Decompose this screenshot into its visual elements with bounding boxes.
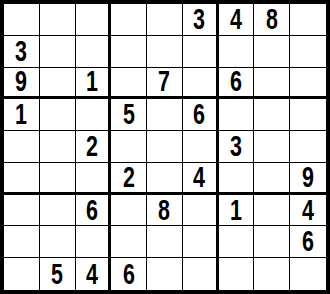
cell-digit: 6 (230, 68, 242, 97)
sudoku-cell-r5c9[interactable] (290, 131, 326, 163)
sudoku-cell-r1c5[interactable] (147, 4, 183, 36)
sudoku-cell-r6c9[interactable]: 9 (290, 163, 326, 195)
cell-digit: 6 (193, 100, 205, 129)
cell-digit: 3 (193, 5, 205, 34)
sudoku-cell-r2c3[interactable] (76, 36, 112, 68)
sudoku-cell-r7c1[interactable] (4, 195, 40, 227)
sudoku-cell-r6c7[interactable] (219, 163, 255, 195)
cell-digit: 1 (15, 100, 27, 129)
sudoku-cell-r7c7[interactable]: 1 (219, 195, 255, 227)
cell-digit: 9 (15, 68, 27, 97)
cell-digit: 6 (86, 196, 98, 225)
sudoku-cell-r9c9[interactable] (290, 258, 326, 290)
sudoku-cell-r4c7[interactable] (219, 99, 255, 131)
sudoku-cell-r2c9[interactable] (290, 36, 326, 68)
sudoku-cell-r2c5[interactable] (147, 36, 183, 68)
sudoku-cell-r3c6[interactable] (183, 68, 219, 100)
cell-digit: 5 (51, 260, 63, 289)
sudoku-cell-r2c2[interactable] (40, 36, 76, 68)
cell-digit: 4 (230, 5, 242, 34)
sudoku-cell-r8c3[interactable] (76, 226, 112, 258)
sudoku-cell-r8c2[interactable] (40, 226, 76, 258)
sudoku-cell-r7c2[interactable] (40, 195, 76, 227)
sudoku-cell-r9c8[interactable] (254, 258, 290, 290)
sudoku-cell-r5c8[interactable] (254, 131, 290, 163)
cell-digit: 3 (15, 37, 27, 66)
sudoku-cell-r4c1[interactable]: 1 (4, 99, 40, 131)
sudoku-cell-r4c4[interactable]: 5 (111, 99, 147, 131)
sudoku-cell-r9c5[interactable] (147, 258, 183, 290)
sudoku-cell-r6c1[interactable] (4, 163, 40, 195)
sudoku-cell-r5c2[interactable] (40, 131, 76, 163)
sudoku-cell-r3c9[interactable] (290, 68, 326, 100)
sudoku-cell-r8c9[interactable]: 6 (290, 226, 326, 258)
sudoku-cell-r2c6[interactable] (183, 36, 219, 68)
sudoku-cell-r4c5[interactable] (147, 99, 183, 131)
sudoku-cell-r2c7[interactable] (219, 36, 255, 68)
sudoku-cell-r6c2[interactable] (40, 163, 76, 195)
sudoku-cell-r3c4[interactable] (111, 68, 147, 100)
sudoku-cell-r1c9[interactable] (290, 4, 326, 36)
sudoku-cell-r9c2[interactable]: 5 (40, 258, 76, 290)
sudoku-cell-r2c1[interactable]: 3 (4, 36, 40, 68)
sudoku-cell-r1c3[interactable] (76, 4, 112, 36)
sudoku-cell-r3c1[interactable]: 9 (4, 68, 40, 100)
sudoku-cell-r3c3[interactable]: 1 (76, 68, 112, 100)
sudoku-cell-r3c7[interactable]: 6 (219, 68, 255, 100)
sudoku-cell-r7c3[interactable]: 6 (76, 195, 112, 227)
sudoku-cell-r1c4[interactable] (111, 4, 147, 36)
sudoku-cell-r9c6[interactable] (183, 258, 219, 290)
sudoku-cell-r4c6[interactable]: 6 (183, 99, 219, 131)
sudoku-cell-r2c4[interactable] (111, 36, 147, 68)
sudoku-cell-r1c8[interactable]: 8 (254, 4, 290, 36)
sudoku-cell-r7c5[interactable]: 8 (147, 195, 183, 227)
sudoku-cell-r7c9[interactable]: 4 (290, 195, 326, 227)
sudoku-cell-r5c1[interactable] (4, 131, 40, 163)
sudoku-cell-r4c9[interactable] (290, 99, 326, 131)
sudoku-cell-r3c2[interactable] (40, 68, 76, 100)
sudoku-cell-r5c7[interactable]: 3 (219, 131, 255, 163)
sudoku-cell-r9c7[interactable] (219, 258, 255, 290)
sudoku-cell-r1c6[interactable]: 3 (183, 4, 219, 36)
sudoku-cell-r6c6[interactable]: 4 (183, 163, 219, 195)
cell-digit: 7 (159, 68, 171, 97)
sudoku-cell-r1c1[interactable] (4, 4, 40, 36)
sudoku-cell-r8c1[interactable] (4, 226, 40, 258)
cell-digit: 4 (193, 163, 205, 192)
sudoku-cell-r5c4[interactable] (111, 131, 147, 163)
cell-digit: 4 (86, 260, 98, 289)
sudoku-cell-r9c3[interactable]: 4 (76, 258, 112, 290)
sudoku-cell-r4c2[interactable] (40, 99, 76, 131)
sudoku-cell-r6c3[interactable] (76, 163, 112, 195)
cell-digit: 1 (230, 196, 242, 225)
sudoku-cell-r7c6[interactable] (183, 195, 219, 227)
sudoku-board: 348391761562324968146546 (0, 0, 330, 294)
sudoku-cell-r3c5[interactable]: 7 (147, 68, 183, 100)
cell-digit: 8 (266, 5, 278, 34)
sudoku-cell-r9c4[interactable]: 6 (111, 258, 147, 290)
sudoku-cell-r5c5[interactable] (147, 131, 183, 163)
sudoku-cell-r7c8[interactable] (254, 195, 290, 227)
sudoku-cell-r8c8[interactable] (254, 226, 290, 258)
sudoku-cell-r6c8[interactable] (254, 163, 290, 195)
sudoku-cell-r4c3[interactable] (76, 99, 112, 131)
sudoku-cell-r6c4[interactable]: 2 (111, 163, 147, 195)
cell-digit: 9 (302, 163, 314, 192)
cell-digit: 2 (123, 163, 135, 192)
sudoku-cell-r8c5[interactable] (147, 226, 183, 258)
sudoku-cell-r1c2[interactable] (40, 4, 76, 36)
sudoku-cell-r8c7[interactable] (219, 226, 255, 258)
cell-digit: 6 (123, 260, 135, 289)
sudoku-cell-r5c6[interactable] (183, 131, 219, 163)
sudoku-cell-r6c5[interactable] (147, 163, 183, 195)
cell-digit: 1 (86, 68, 98, 97)
cell-digit: 8 (159, 196, 171, 225)
sudoku-cell-r2c8[interactable] (254, 36, 290, 68)
sudoku-cell-r5c3[interactable]: 2 (76, 131, 112, 163)
cell-digit: 4 (302, 196, 314, 225)
sudoku-cell-r8c6[interactable] (183, 226, 219, 258)
sudoku-cell-r7c4[interactable] (111, 195, 147, 227)
cell-digit: 2 (86, 132, 98, 161)
cell-digit: 5 (123, 100, 135, 129)
sudoku-cell-r1c7[interactable]: 4 (219, 4, 255, 36)
sudoku-cell-r9c1[interactable] (4, 258, 40, 290)
sudoku-cell-r4c8[interactable] (254, 99, 290, 131)
cell-digit: 3 (230, 132, 242, 161)
sudoku-cell-r3c8[interactable] (254, 68, 290, 100)
sudoku-cell-r8c4[interactable] (111, 226, 147, 258)
cell-digit: 6 (302, 227, 314, 256)
